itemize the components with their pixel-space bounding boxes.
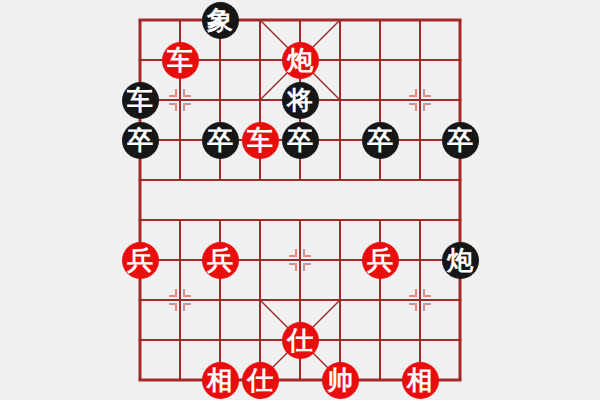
- piece-red-chariot[interactable]: 车: [162, 42, 199, 79]
- piece-black-pawn[interactable]: 卒: [122, 122, 159, 159]
- piece-black-pawn[interactable]: 卒: [442, 122, 479, 159]
- piece-black-elephant[interactable]: 象: [202, 2, 239, 39]
- piece-black-pawn[interactable]: 卒: [362, 122, 399, 159]
- pieces-grid[interactable]: 象车炮车将卒卒车卒卒卒兵兵兵炮仕相仕帅相: [120, 0, 480, 400]
- piece-red-chariot[interactable]: 车: [242, 122, 279, 159]
- piece-red-soldier[interactable]: 兵: [122, 242, 159, 279]
- piece-red-elephant[interactable]: 相: [202, 362, 239, 399]
- piece-red-cannon[interactable]: 炮: [282, 42, 319, 79]
- piece-red-advisor[interactable]: 仕: [282, 322, 319, 359]
- xiangqi-board: 象车炮车将卒卒车卒卒卒兵兵兵炮仕相仕帅相: [0, 0, 600, 400]
- piece-red-soldier[interactable]: 兵: [362, 242, 399, 279]
- piece-red-advisor[interactable]: 仕: [242, 362, 279, 399]
- piece-black-cannon[interactable]: 炮: [442, 242, 479, 279]
- piece-red-general[interactable]: 帅: [322, 362, 359, 399]
- piece-black-chariot[interactable]: 车: [122, 82, 159, 119]
- piece-red-elephant[interactable]: 相: [402, 362, 439, 399]
- piece-black-general[interactable]: 将: [282, 82, 319, 119]
- piece-black-pawn[interactable]: 卒: [282, 122, 319, 159]
- piece-red-soldier[interactable]: 兵: [202, 242, 239, 279]
- piece-black-pawn[interactable]: 卒: [202, 122, 239, 159]
